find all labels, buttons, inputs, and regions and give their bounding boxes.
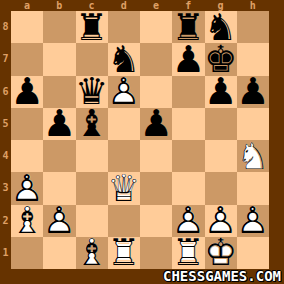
square-b8[interactable] (43, 11, 75, 43)
black-pawn: ♟ (43, 107, 76, 140)
black-bishop: ♝ (75, 107, 108, 140)
white-bishop-outline: ♗ (11, 204, 44, 237)
square-h4[interactable]: ♞♘ (237, 140, 269, 172)
file-label-h: h (237, 0, 269, 11)
square-f5[interactable] (172, 108, 204, 140)
square-b5[interactable]: ♟ (43, 108, 75, 140)
white-pawn: ♟♙ (107, 75, 140, 108)
square-h6[interactable]: ♟ (237, 76, 269, 108)
square-f4[interactable] (172, 140, 204, 172)
rank-label-5: 5 (0, 108, 11, 140)
square-a5[interactable] (11, 108, 43, 140)
rank-label-6: 6 (0, 76, 11, 108)
white-king: ♚♔ (204, 236, 237, 269)
white-bishop: ♝♗ (75, 236, 108, 269)
white-rook-outline: ♖ (172, 236, 205, 269)
black-pawn: ♟ (236, 75, 269, 108)
white-pawn-outline: ♙ (107, 75, 140, 108)
black-pawn: ♟ (204, 75, 237, 108)
white-knight: ♞♘ (236, 140, 269, 173)
square-g6[interactable]: ♟ (205, 76, 237, 108)
chess-board: ♜♜♞♞♟♚♟♛♟♙♟♟♟♝♟♞♘♟♙♛♕♝♗♟♙♟♙♟♙♟♙♝♗♜♖♜♖♚♔ (11, 11, 269, 269)
square-e8[interactable] (140, 11, 172, 43)
square-e2[interactable] (140, 205, 172, 237)
white-queen: ♛♕ (107, 172, 140, 205)
square-h1[interactable] (237, 237, 269, 269)
square-e5[interactable]: ♟ (140, 108, 172, 140)
white-king-outline: ♔ (204, 236, 237, 269)
square-f6[interactable] (172, 76, 204, 108)
square-a1[interactable] (11, 237, 43, 269)
square-d5[interactable] (108, 108, 140, 140)
square-g5[interactable] (205, 108, 237, 140)
white-rook-outline: ♖ (107, 236, 140, 269)
white-pawn-outline: ♙ (236, 204, 269, 237)
square-c8[interactable]: ♜ (76, 11, 108, 43)
white-bishop: ♝♗ (11, 204, 44, 237)
square-e7[interactable] (140, 43, 172, 75)
white-knight-outline: ♘ (236, 140, 269, 173)
rank-label-8: 8 (0, 11, 11, 43)
square-a8[interactable] (11, 11, 43, 43)
white-rook: ♜♖ (172, 236, 205, 269)
square-h8[interactable] (237, 11, 269, 43)
file-label-e: e (140, 0, 172, 11)
square-a2[interactable]: ♝♗ (11, 205, 43, 237)
file-label-b: b (43, 0, 75, 11)
white-pawn-outline: ♙ (43, 204, 76, 237)
rank-label-3: 3 (0, 172, 11, 204)
square-g4[interactable] (205, 140, 237, 172)
white-bishop-outline: ♗ (75, 236, 108, 269)
square-c3[interactable] (76, 172, 108, 204)
square-c5[interactable]: ♝ (76, 108, 108, 140)
square-c1[interactable]: ♝♗ (76, 237, 108, 269)
square-d1[interactable]: ♜♖ (108, 237, 140, 269)
square-d3[interactable]: ♛♕ (108, 172, 140, 204)
square-g1[interactable]: ♚♔ (205, 237, 237, 269)
square-b1[interactable] (43, 237, 75, 269)
square-f7[interactable]: ♟ (172, 43, 204, 75)
rank-label-7: 7 (0, 43, 11, 75)
board-frame: abcdefgh 87654321 ♜♜♞♞♟♚♟♛♟♙♟♟♟♝♟♞♘♟♙♛♕♝… (0, 0, 284, 284)
white-pawn: ♟♙ (236, 204, 269, 237)
white-rook: ♜♖ (107, 236, 140, 269)
watermark-text: CHESSGAMES.COM (163, 268, 281, 284)
rank-label-1: 1 (0, 237, 11, 269)
white-queen-outline: ♕ (107, 172, 140, 205)
square-b7[interactable] (43, 43, 75, 75)
square-e4[interactable] (140, 140, 172, 172)
black-pawn: ♟ (172, 43, 205, 76)
file-label-a: a (11, 0, 43, 11)
black-pawn: ♟ (140, 107, 173, 140)
square-b4[interactable] (43, 140, 75, 172)
square-d6[interactable]: ♟♙ (108, 76, 140, 108)
square-a6[interactable]: ♟ (11, 76, 43, 108)
black-rook: ♜ (75, 11, 108, 44)
rank-label-4: 4 (0, 140, 11, 172)
square-b2[interactable]: ♟♙ (43, 205, 75, 237)
square-c4[interactable] (76, 140, 108, 172)
rank-label-2: 2 (0, 205, 11, 237)
square-e1[interactable] (140, 237, 172, 269)
white-pawn: ♟♙ (43, 204, 76, 237)
square-f1[interactable]: ♜♖ (172, 237, 204, 269)
square-e3[interactable] (140, 172, 172, 204)
black-pawn: ♟ (11, 75, 44, 108)
file-label-d: d (108, 0, 140, 11)
square-h2[interactable]: ♟♙ (237, 205, 269, 237)
